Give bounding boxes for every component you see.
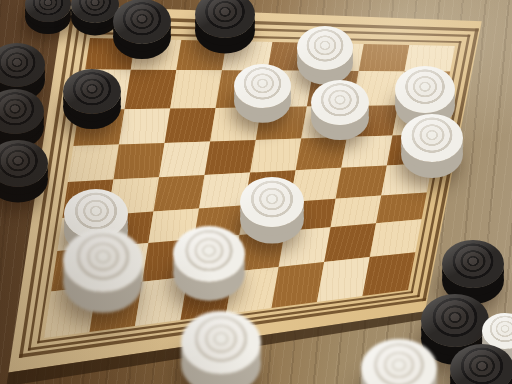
checker-white-frame-bottom[interactable]	[181, 311, 261, 373]
checker-black-table[interactable]	[421, 294, 489, 347]
checker-white-h5[interactable]	[401, 114, 463, 162]
checker-white-e3[interactable]	[240, 177, 304, 227]
checker-white-b2[interactable]	[63, 229, 143, 291]
checker-white-d2[interactable]	[173, 226, 245, 282]
checkers-photo-scene	[0, 0, 512, 384]
checker-white-f8[interactable]	[297, 26, 353, 70]
checker-black-table[interactable]	[442, 240, 504, 288]
checker-white-e7[interactable]	[234, 64, 291, 108]
checker-black-table[interactable]	[450, 344, 512, 384]
checker-white-h6[interactable]	[395, 66, 455, 113]
